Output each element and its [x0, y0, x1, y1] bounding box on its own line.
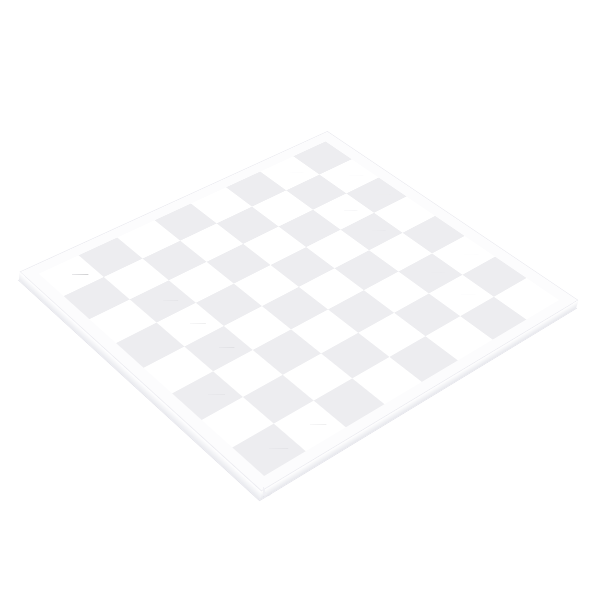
square-f5[interactable]	[291, 309, 358, 353]
piece-cylinder-base	[293, 410, 326, 424]
white-pawn-icon: ♙	[446, 248, 476, 263]
white-knight-icon: ♘	[479, 207, 510, 223]
white-king-icon: ♔	[417, 136, 449, 152]
white-rook-icon: ♖	[307, 102, 338, 117]
square-g4[interactable]	[358, 313, 425, 357]
square-f4[interactable]	[328, 290, 394, 333]
piece-cylinder-cap	[55, 196, 89, 210]
piece-cylinder-cap	[232, 306, 264, 320]
square-h3[interactable]	[425, 316, 492, 360]
piece-cylinder-cap	[262, 330, 295, 344]
square-h4[interactable]	[389, 336, 457, 382]
piece-cylinder-cap	[479, 191, 510, 204]
piece-cylinder-cap	[509, 219, 543, 233]
white-bishop-icon: ♗	[362, 122, 392, 137]
product-photo-scene: ♖♘♗♕♔♗♘♖♙♙♙♙♙♙♙♙♟♟♟♟♟♟♟♟♜♞♝♛♚♝♞♜	[0, 0, 600, 600]
piece-black-pawn-h7[interactable]: ♟	[293, 362, 326, 424]
piece-cylinder-base	[250, 434, 288, 449]
black-bishop-icon: ♝	[190, 309, 225, 326]
chess-board: ♖♘♗♕♔♗♘♖♙♙♙♙♙♙♙♙♟♟♟♟♟♟♟♟♜♞♝♛♚♝♞♜	[19, 131, 578, 491]
square-e5[interactable]	[262, 287, 328, 329]
piece-cylinder-cap	[446, 232, 476, 245]
white-rook-icon: ♖	[509, 237, 543, 254]
white-bishop-icon: ♗	[448, 179, 479, 194]
piece-black-rook-h8[interactable]: ♜	[250, 367, 288, 448]
piece-cylinder-cap	[250, 360, 288, 376]
piece-white-pawn-h2[interactable]: ♙	[478, 260, 508, 317]
piece-white-pawn-g2[interactable]: ♙	[446, 238, 476, 294]
piece-cylinder-cap	[190, 292, 225, 306]
square-g5[interactable]	[321, 333, 389, 379]
piece-cylinder-base	[446, 283, 476, 294]
piece-cylinder-cap	[81, 209, 114, 222]
white-pawn-icon: ♙	[276, 130, 303, 144]
piece-cylinder-cap	[417, 120, 449, 133]
black-knight-icon: ♞	[220, 343, 255, 361]
piece-cylinder-cap	[362, 107, 392, 119]
piece-cylinder-cap	[276, 116, 303, 128]
piece-cylinder-cap	[389, 110, 421, 123]
square-g3[interactable]	[394, 293, 460, 336]
square-h5[interactable]	[352, 357, 422, 404]
piece-cylinder-cap	[160, 241, 196, 256]
piece-cylinder-cap	[307, 87, 338, 100]
piece-cylinder-cap	[220, 325, 255, 339]
piece-cylinder-cap	[335, 97, 364, 109]
black-pawn-icon: ♟	[293, 373, 326, 390]
piece-cylinder-cap	[293, 356, 326, 370]
piece-cylinder-cap	[448, 163, 479, 176]
piece-cylinder-cap	[478, 254, 508, 267]
piece-cylinder-base	[478, 306, 508, 317]
white-pawn-icon: ♙	[478, 270, 508, 285]
white-knight-icon: ♘	[335, 112, 364, 127]
black-king-icon: ♚	[160, 259, 196, 277]
piece-cylinder-cap	[96, 195, 126, 208]
black-rook-icon: ♜	[250, 379, 288, 398]
white-queen-icon: ♕	[389, 126, 421, 142]
piece-cylinder-cap	[133, 228, 169, 243]
